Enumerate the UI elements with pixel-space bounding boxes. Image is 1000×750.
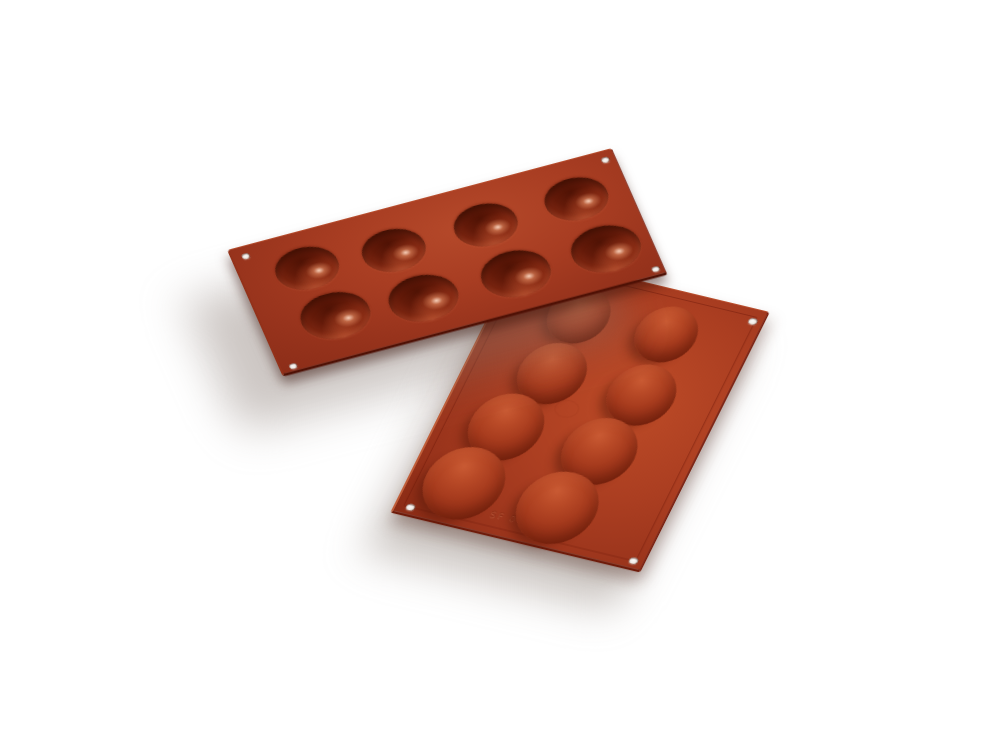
half-sphere-cavity [267, 240, 346, 296]
half-sphere-cavity [563, 218, 650, 279]
corner-hole [651, 265, 661, 272]
corner-hole [241, 252, 251, 259]
half-sphere-cavity [354, 222, 433, 278]
corner-hole [288, 362, 298, 369]
half-sphere-cavity [292, 285, 379, 346]
half-sphere-cavity [446, 197, 525, 253]
half-sphere-cavity [473, 243, 560, 304]
product-photo: SF 006 [0, 0, 1000, 750]
corner-hole [600, 156, 610, 163]
half-sphere-cavity [537, 171, 616, 227]
half-sphere-cavity [380, 268, 467, 329]
